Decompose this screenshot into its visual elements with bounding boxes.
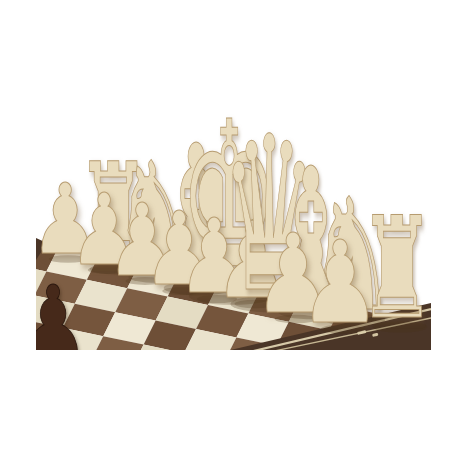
pieces-layer: ♟♜♟♞♟♝♟♚♟♟♛♝♟♞♜♟♟	[36, 96, 431, 350]
white-pawn: ♟	[299, 226, 381, 340]
product-photo-page: ♟♜♟♞♟♝♟♚♟♟♛♝♟♞♜♟♟	[0, 0, 473, 473]
dark-pawn: ♟	[36, 273, 90, 350]
chess-set-photo: ♟♜♟♞♟♝♟♚♟♟♛♝♟♞♜♟♟	[36, 96, 431, 350]
